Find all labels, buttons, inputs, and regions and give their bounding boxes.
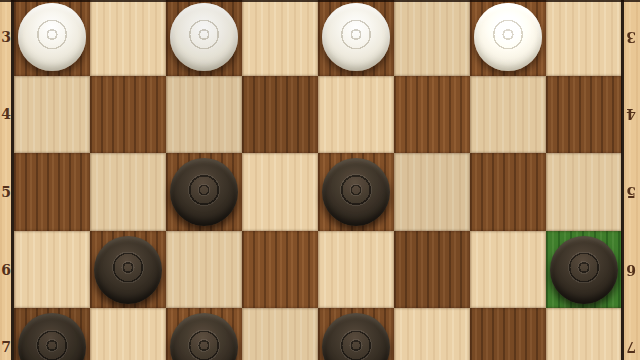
square-row7-col6[interactable]: [394, 308, 470, 360]
square-row3-col5[interactable]: [318, 0, 394, 76]
black-checker[interactable]: [18, 313, 86, 360]
row-label-left-3: 3: [0, 27, 12, 47]
square-row4-col4[interactable]: [242, 76, 318, 154]
white-checker[interactable]: [18, 3, 86, 71]
white-checker[interactable]: [474, 3, 542, 71]
square-row6-col3[interactable]: [166, 231, 242, 309]
white-checker[interactable]: [322, 3, 390, 71]
square-row3-col4[interactable]: [242, 0, 318, 76]
square-row5-col4[interactable]: [242, 153, 318, 231]
square-row5-col3[interactable]: [166, 153, 242, 231]
square-row3-col2[interactable]: [90, 0, 166, 76]
black-checker[interactable]: [322, 313, 390, 360]
square-row5-col8[interactable]: [546, 153, 622, 231]
square-row3-col8[interactable]: [546, 0, 622, 76]
square-row3-col7[interactable]: [470, 0, 546, 76]
square-row7-col3[interactable]: [166, 308, 242, 360]
square-row7-col1[interactable]: [14, 308, 90, 360]
square-row4-col2[interactable]: [90, 76, 166, 154]
row-label-right-7: 7: [625, 337, 637, 357]
black-checker[interactable]: [170, 158, 238, 226]
square-row6-col8-highlighted[interactable]: [546, 231, 622, 309]
square-row7-col7[interactable]: [470, 308, 546, 360]
square-row3-col6[interactable]: [394, 0, 470, 76]
square-row6-col1[interactable]: [14, 231, 90, 309]
black-checker[interactable]: [550, 236, 618, 304]
board-left-border: [11, 0, 14, 360]
square-row6-col5[interactable]: [318, 231, 394, 309]
black-checker[interactable]: [322, 158, 390, 226]
row-label-left-6: 6: [0, 260, 12, 280]
square-row5-col1[interactable]: [14, 153, 90, 231]
checkers-app-screen: 3344556677: [0, 0, 640, 360]
square-row6-col7[interactable]: [470, 231, 546, 309]
board: [14, 0, 622, 360]
square-row4-col1[interactable]: [14, 76, 90, 154]
square-row6-col2[interactable]: [90, 231, 166, 309]
square-row4-col6[interactable]: [394, 76, 470, 154]
square-row7-col4[interactable]: [242, 308, 318, 360]
square-row7-col2[interactable]: [90, 308, 166, 360]
board-top-seam: [0, 0, 640, 2]
square-row5-col7[interactable]: [470, 153, 546, 231]
black-checker[interactable]: [94, 236, 162, 304]
row-label-left-5: 5: [0, 182, 12, 202]
row-label-right-5: 5: [625, 182, 637, 202]
square-row3-col3[interactable]: [166, 0, 242, 76]
square-row7-col8[interactable]: [546, 308, 622, 360]
square-row4-col3[interactable]: [166, 76, 242, 154]
square-row5-col6[interactable]: [394, 153, 470, 231]
square-row3-col1[interactable]: [14, 0, 90, 76]
square-row7-col5[interactable]: [318, 308, 394, 360]
black-checker[interactable]: [170, 313, 238, 360]
square-row4-col7[interactable]: [470, 76, 546, 154]
row-label-right-3: 3: [625, 27, 637, 47]
row-label-right-4: 4: [625, 104, 637, 124]
row-label-right-6: 6: [625, 260, 637, 280]
square-row4-col8[interactable]: [546, 76, 622, 154]
square-row5-col2[interactable]: [90, 153, 166, 231]
square-row6-col4[interactable]: [242, 231, 318, 309]
square-row4-col5[interactable]: [318, 76, 394, 154]
white-checker[interactable]: [170, 3, 238, 71]
row-label-left-7: 7: [0, 337, 12, 357]
square-row6-col6[interactable]: [394, 231, 470, 309]
board-right-border: [621, 0, 624, 360]
square-row5-col5[interactable]: [318, 153, 394, 231]
row-label-left-4: 4: [0, 104, 12, 124]
